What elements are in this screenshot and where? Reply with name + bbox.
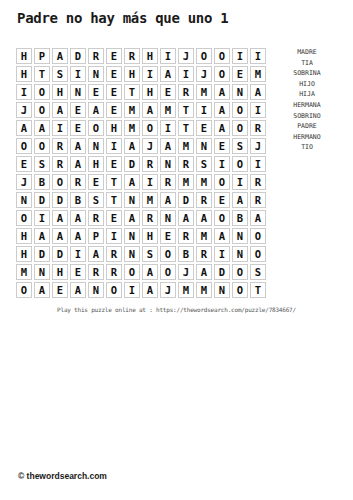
- grid-cell[interactable]: T: [178, 120, 194, 136]
- grid-cell[interactable]: A: [34, 282, 50, 298]
- grid-cell[interactable]: M: [160, 102, 176, 118]
- grid-cell[interactable]: H: [52, 84, 68, 100]
- grid-cell[interactable]: A: [34, 120, 50, 136]
- grid-cell[interactable]: D: [52, 192, 68, 208]
- grid-cell[interactable]: O: [232, 102, 248, 118]
- grid-cell[interactable]: I: [160, 48, 176, 64]
- grid-cell[interactable]: I: [160, 120, 176, 136]
- grid-cell[interactable]: A: [52, 210, 68, 226]
- grid-cell[interactable]: I: [106, 138, 122, 154]
- word-list-item: TIA: [278, 58, 336, 69]
- grid-cell[interactable]: A: [214, 102, 230, 118]
- grid-cell[interactable]: A: [88, 246, 104, 262]
- grid-cell[interactable]: O: [214, 210, 230, 226]
- grid-cell[interactable]: N: [70, 84, 86, 100]
- grid-cell[interactable]: O: [214, 66, 230, 82]
- word-list-item: HERMANO: [278, 132, 336, 143]
- puzzle-title: Padre no hay más que uno 1: [17, 10, 228, 26]
- grid-cell[interactable]: A: [124, 210, 140, 226]
- grid-cell[interactable]: I: [142, 66, 158, 82]
- grid-cell[interactable]: E: [106, 84, 122, 100]
- grid-cell[interactable]: E: [214, 192, 230, 208]
- grid-cell[interactable]: N: [124, 246, 140, 262]
- grid-cell[interactable]: E: [88, 174, 104, 190]
- grid-cell[interactable]: B: [34, 174, 50, 190]
- grid-cell[interactable]: E: [88, 84, 104, 100]
- word-list-item: PADRE: [278, 121, 336, 132]
- word-list-item: HERMANA: [278, 100, 336, 111]
- grid-cell[interactable]: M: [250, 66, 266, 82]
- grid-cell[interactable]: R: [196, 246, 212, 262]
- word-list-item: MADRE: [278, 47, 336, 58]
- grid-cell[interactable]: I: [52, 120, 68, 136]
- grid-cell[interactable]: A: [142, 282, 158, 298]
- grid-cell[interactable]: A: [178, 210, 194, 226]
- grid-cell[interactable]: I: [106, 228, 122, 244]
- grid-cell[interactable]: J: [16, 174, 32, 190]
- grid-cell[interactable]: J: [160, 282, 176, 298]
- grid-cell[interactable]: D: [70, 48, 86, 64]
- grid-cell[interactable]: R: [52, 138, 68, 154]
- grid-cell[interactable]: D: [52, 246, 68, 262]
- grid-cell[interactable]: O: [214, 174, 230, 190]
- grid-cell[interactable]: E: [52, 282, 68, 298]
- word-list-item: HIJA: [278, 89, 336, 100]
- grid-cell[interactable]: M: [142, 192, 158, 208]
- grid-cell[interactable]: P: [88, 228, 104, 244]
- grid-cell[interactable]: R: [250, 174, 266, 190]
- grid-cell[interactable]: E: [106, 156, 122, 172]
- grid-cell[interactable]: R: [250, 192, 266, 208]
- word-list-item: SOBRINO: [278, 111, 336, 122]
- grid-cell[interactable]: A: [70, 138, 86, 154]
- grid-cell[interactable]: A: [52, 102, 68, 118]
- grid-cell[interactable]: E: [106, 210, 122, 226]
- grid-cell[interactable]: A: [70, 282, 86, 298]
- grid-cell[interactable]: A: [142, 264, 158, 280]
- grid-cell[interactable]: N: [232, 228, 248, 244]
- grid-cell[interactable]: T: [34, 66, 50, 82]
- grid-cell[interactable]: S: [250, 264, 266, 280]
- grid-cell[interactable]: I: [250, 48, 266, 64]
- grid-cell[interactable]: R: [142, 210, 158, 226]
- grid-cell[interactable]: O: [250, 246, 266, 262]
- grid-cell[interactable]: A: [214, 120, 230, 136]
- grid-cell[interactable]: H: [142, 48, 158, 64]
- grid-cell[interactable]: R: [88, 48, 104, 64]
- grid-cell[interactable]: R: [52, 156, 68, 172]
- grid-cell[interactable]: A: [196, 210, 212, 226]
- grid-cell[interactable]: I: [34, 210, 50, 226]
- grid-cell[interactable]: A: [196, 264, 212, 280]
- grid-cell[interactable]: A: [232, 192, 248, 208]
- grid-cell[interactable]: J: [196, 66, 212, 82]
- grid-cell[interactable]: S: [88, 192, 104, 208]
- grid-cell[interactable]: H: [52, 264, 68, 280]
- grid-cell[interactable]: R: [142, 156, 158, 172]
- grid-cell[interactable]: I: [124, 282, 140, 298]
- grid-cell[interactable]: D: [124, 156, 140, 172]
- grid-cell[interactable]: T: [106, 174, 122, 190]
- grid-cell[interactable]: S: [52, 66, 68, 82]
- grid-cell[interactable]: S: [142, 246, 158, 262]
- grid-cell[interactable]: O: [250, 228, 266, 244]
- grid-cell[interactable]: N: [88, 66, 104, 82]
- grid-cell[interactable]: R: [160, 174, 176, 190]
- grid-cell[interactable]: I: [250, 102, 266, 118]
- grid-cell[interactable]: T: [106, 192, 122, 208]
- grid-cell[interactable]: O: [232, 120, 248, 136]
- grid-cell[interactable]: M: [196, 174, 212, 190]
- grid-cell[interactable]: M: [124, 102, 140, 118]
- grid-cell[interactable]: H: [142, 228, 158, 244]
- grid-cell[interactable]: B: [178, 246, 194, 262]
- grid-cell[interactable]: E: [106, 102, 122, 118]
- grid-cell[interactable]: H: [16, 246, 32, 262]
- grid-cell[interactable]: E: [16, 156, 32, 172]
- grid-cell[interactable]: O: [214, 48, 230, 64]
- grid-cell[interactable]: E: [196, 120, 212, 136]
- grid-cell[interactable]: A: [124, 174, 140, 190]
- grid-cell[interactable]: H: [88, 156, 104, 172]
- word-list-item: SOBRINA: [278, 68, 336, 79]
- grid-cell[interactable]: D: [178, 192, 194, 208]
- grid-cell[interactable]: O: [16, 210, 32, 226]
- grid-cell[interactable]: O: [88, 120, 104, 136]
- grid-cell[interactable]: O: [160, 264, 176, 280]
- grid-cell[interactable]: I: [70, 66, 86, 82]
- grid-cell[interactable]: S: [232, 138, 248, 154]
- grid-cell[interactable]: E: [160, 228, 176, 244]
- grid-cell[interactable]: A: [16, 120, 32, 136]
- grid-cell[interactable]: O: [34, 84, 50, 100]
- grid-cell[interactable]: N: [34, 264, 50, 280]
- grid-cell[interactable]: R: [106, 246, 122, 262]
- grid-cell[interactable]: A: [70, 228, 86, 244]
- word-list-item: HIJO: [278, 79, 336, 90]
- grid-cell[interactable]: J: [250, 138, 266, 154]
- grid-cell[interactable]: H: [16, 66, 32, 82]
- grid-cell[interactable]: N: [214, 282, 230, 298]
- grid-cell[interactable]: I: [16, 84, 32, 100]
- grid-cell[interactable]: O: [16, 138, 32, 154]
- grid-cell[interactable]: I: [214, 156, 230, 172]
- grid-cell[interactable]: O: [16, 282, 32, 298]
- grid-cell[interactable]: M: [196, 228, 212, 244]
- grid-cell[interactable]: R: [178, 84, 194, 100]
- grid-cell[interactable]: H: [16, 48, 32, 64]
- word-search-grid: HPADRERHIJOOIIHTSINEHIAIJOEMIOHNEETHERMA…: [16, 48, 266, 298]
- grid-cell[interactable]: O: [124, 264, 140, 280]
- grid-cell[interactable]: S: [196, 156, 212, 172]
- grid-cell[interactable]: O: [52, 174, 68, 190]
- grid-cell[interactable]: E: [232, 66, 248, 82]
- grid-cell[interactable]: T: [250, 282, 266, 298]
- grid-cell[interactable]: H: [16, 228, 32, 244]
- page: Padre no hay más que uno 1 HPADRERHIJOOI…: [0, 0, 353, 500]
- grid-cell[interactable]: O: [142, 120, 158, 136]
- grid-cell[interactable]: I: [196, 102, 212, 118]
- grid-cell[interactable]: A: [34, 228, 50, 244]
- grid-cell[interactable]: N: [160, 210, 176, 226]
- grid-cell[interactable]: I: [178, 66, 194, 82]
- grid-cell[interactable]: E: [214, 138, 230, 154]
- grid-cell[interactable]: I: [70, 246, 86, 262]
- grid-cell[interactable]: N: [16, 192, 32, 208]
- grid-cell[interactable]: O: [160, 246, 176, 262]
- grid-cell[interactable]: R: [70, 174, 86, 190]
- grid-cell[interactable]: E: [160, 84, 176, 100]
- grid-cell[interactable]: D: [214, 264, 230, 280]
- grid-cell[interactable]: A: [214, 228, 230, 244]
- grid-cell[interactable]: A: [142, 102, 158, 118]
- grid-cell[interactable]: M: [16, 264, 32, 280]
- grid-cell[interactable]: H: [142, 84, 158, 100]
- grid-cell[interactable]: M: [124, 120, 140, 136]
- grid-cell[interactable]: O: [232, 282, 248, 298]
- grid-cell[interactable]: I: [250, 156, 266, 172]
- grid-cell[interactable]: R: [106, 264, 122, 280]
- grid-cell[interactable]: J: [16, 102, 32, 118]
- grid-cell[interactable]: M: [196, 282, 212, 298]
- grid-cell[interactable]: M: [178, 138, 194, 154]
- grid-cell[interactable]: E: [106, 48, 122, 64]
- grid-cell[interactable]: N: [160, 156, 176, 172]
- word-list: MADRETIASOBRINAHIJOHIJAHERMANASOBRINOPAD…: [278, 47, 336, 153]
- grid-cell[interactable]: A: [250, 84, 266, 100]
- grid-cell[interactable]: N: [88, 282, 104, 298]
- grid-cell[interactable]: A: [250, 210, 266, 226]
- grid-cell[interactable]: P: [34, 48, 50, 64]
- grid-cell[interactable]: T: [178, 102, 194, 118]
- grid-cell[interactable]: O: [34, 138, 50, 154]
- grid-cell[interactable]: I: [232, 48, 248, 64]
- grid-cell[interactable]: N: [124, 228, 140, 244]
- grid-cell[interactable]: E: [70, 120, 86, 136]
- grid-cell[interactable]: N: [196, 138, 212, 154]
- copyright-notice: © thewordsearch.com: [18, 471, 107, 481]
- play-online-url: Play this puzzle online at : https://the…: [0, 306, 353, 313]
- grid-cell[interactable]: R: [88, 264, 104, 280]
- grid-cell[interactable]: R: [250, 120, 266, 136]
- grid-cell[interactable]: N: [232, 84, 248, 100]
- grid-cell[interactable]: R: [88, 210, 104, 226]
- grid-cell[interactable]: H: [106, 120, 122, 136]
- grid-cell[interactable]: E: [70, 102, 86, 118]
- grid-cell[interactable]: A: [52, 48, 68, 64]
- grid-cell[interactable]: A: [160, 192, 176, 208]
- grid-cell[interactable]: O: [196, 48, 212, 64]
- grid-cell[interactable]: I: [142, 174, 158, 190]
- grid-cell[interactable]: B: [70, 192, 86, 208]
- grid-cell[interactable]: S: [34, 156, 50, 172]
- grid-cell[interactable]: B: [232, 210, 248, 226]
- grid-cell[interactable]: D: [34, 192, 50, 208]
- grid-cell[interactable]: J: [178, 48, 194, 64]
- grid-cell[interactable]: R: [196, 192, 212, 208]
- grid-cell[interactable]: A: [70, 210, 86, 226]
- grid-cell[interactable]: N: [88, 138, 104, 154]
- grid-cell[interactable]: N: [124, 192, 140, 208]
- grid-cell[interactable]: H: [124, 66, 140, 82]
- grid-cell[interactable]: I: [214, 246, 230, 262]
- grid-cell[interactable]: E: [106, 66, 122, 82]
- grid-cell[interactable]: M: [178, 282, 194, 298]
- grid-cell[interactable]: A: [160, 66, 176, 82]
- grid-cell[interactable]: E: [70, 264, 86, 280]
- grid-cell[interactable]: M: [178, 174, 194, 190]
- grid-cell[interactable]: A: [52, 228, 68, 244]
- grid-cell[interactable]: A: [70, 156, 86, 172]
- grid-cell[interactable]: A: [124, 138, 140, 154]
- grid-cell[interactable]: M: [196, 84, 212, 100]
- grid-cell[interactable]: R: [178, 156, 194, 172]
- grid-cell[interactable]: O: [34, 102, 50, 118]
- grid-cell[interactable]: J: [142, 138, 158, 154]
- grid-cell[interactable]: O: [232, 264, 248, 280]
- grid-cell[interactable]: I: [232, 174, 248, 190]
- grid-cell[interactable]: A: [160, 138, 176, 154]
- grid-cell[interactable]: D: [34, 246, 50, 262]
- grid-cell[interactable]: A: [214, 84, 230, 100]
- word-list-item: TIO: [278, 142, 336, 153]
- grid-cell[interactable]: R: [124, 48, 140, 64]
- grid-cell[interactable]: A: [88, 102, 104, 118]
- grid-cell[interactable]: O: [232, 156, 248, 172]
- grid-cell[interactable]: T: [124, 84, 140, 100]
- grid-cell[interactable]: O: [106, 282, 122, 298]
- grid-cell[interactable]: N: [232, 246, 248, 262]
- grid-cell[interactable]: J: [178, 264, 194, 280]
- grid-cell[interactable]: R: [178, 228, 194, 244]
